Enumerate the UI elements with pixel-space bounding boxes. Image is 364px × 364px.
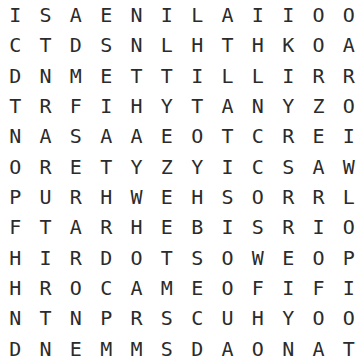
grid-cell[interactable]: D bbox=[182, 334, 212, 364]
grid-cell[interactable]: Y bbox=[182, 152, 212, 182]
grid-cell[interactable]: L bbox=[182, 0, 212, 30]
grid-cell[interactable]: N bbox=[61, 303, 91, 333]
grid-cell[interactable]: R bbox=[30, 91, 60, 121]
grid-cell[interactable]: K bbox=[273, 30, 303, 60]
grid-cell[interactable]: C bbox=[182, 303, 212, 333]
grid-cell[interactable]: N bbox=[30, 61, 60, 91]
grid-cell[interactable]: P bbox=[0, 182, 30, 212]
grid-cell[interactable]: R bbox=[121, 303, 151, 333]
grid-cell[interactable]: T bbox=[30, 30, 60, 60]
grid-cell[interactable]: O bbox=[334, 91, 364, 121]
grid-cell[interactable]: R bbox=[30, 152, 60, 182]
grid-cell[interactable]: E bbox=[152, 182, 182, 212]
grid-cell[interactable]: I bbox=[212, 152, 242, 182]
grid-cell[interactable]: Y bbox=[273, 91, 303, 121]
grid-cell[interactable]: D bbox=[91, 243, 121, 273]
grid-cell[interactable]: O bbox=[303, 0, 333, 30]
grid-cell[interactable]: L bbox=[334, 182, 364, 212]
grid-cell[interactable]: R bbox=[273, 182, 303, 212]
grid-cell[interactable]: I bbox=[334, 273, 364, 303]
grid-cell[interactable]: H bbox=[91, 182, 121, 212]
grid-cell[interactable]: I bbox=[91, 91, 121, 121]
grid-cell[interactable]: H bbox=[121, 91, 151, 121]
grid-cell[interactable]: A bbox=[121, 121, 151, 151]
grid-cell[interactable]: P bbox=[334, 243, 364, 273]
grid-cell[interactable]: I bbox=[334, 121, 364, 151]
grid-cell[interactable]: H bbox=[0, 243, 30, 273]
grid-cell[interactable]: E bbox=[273, 243, 303, 273]
grid-cell[interactable]: R bbox=[91, 212, 121, 242]
grid-cell[interactable]: O bbox=[303, 30, 333, 60]
grid-cell[interactable]: D bbox=[0, 61, 30, 91]
grid-cell[interactable]: A bbox=[91, 121, 121, 151]
grid-cell[interactable]: T bbox=[30, 212, 60, 242]
grid-cell[interactable]: O bbox=[61, 273, 91, 303]
grid-cell[interactable]: T bbox=[91, 152, 121, 182]
grid-cell[interactable]: A bbox=[212, 91, 242, 121]
grid-cell[interactable]: E bbox=[303, 121, 333, 151]
grid-cell[interactable]: O bbox=[212, 273, 242, 303]
grid-cell[interactable]: A bbox=[303, 152, 333, 182]
grid-cell[interactable]: M bbox=[91, 334, 121, 364]
grid-cell[interactable]: N bbox=[121, 30, 151, 60]
grid-cell[interactable]: B bbox=[182, 212, 212, 242]
grid-cell[interactable]: R bbox=[61, 243, 91, 273]
grid-cell[interactable]: U bbox=[30, 182, 60, 212]
grid-cell[interactable]: A bbox=[30, 121, 60, 151]
grid-cell[interactable]: S bbox=[243, 212, 273, 242]
grid-cell[interactable]: C bbox=[243, 152, 273, 182]
grid-cell[interactable]: O bbox=[121, 243, 151, 273]
grid-cell[interactable]: S bbox=[91, 30, 121, 60]
grid-cell[interactable]: R bbox=[273, 121, 303, 151]
grid-cell[interactable]: S bbox=[152, 303, 182, 333]
grid-cell[interactable]: N bbox=[0, 303, 30, 333]
grid-cell[interactable]: Z bbox=[152, 152, 182, 182]
grid-cell[interactable]: A bbox=[61, 212, 91, 242]
grid-cell[interactable]: E bbox=[152, 212, 182, 242]
grid-cell[interactable]: F bbox=[61, 91, 91, 121]
grid-cell[interactable]: I bbox=[303, 212, 333, 242]
grid-cell[interactable]: N bbox=[0, 121, 30, 151]
grid-cell[interactable]: Y bbox=[273, 303, 303, 333]
grid-cell[interactable]: C bbox=[0, 30, 30, 60]
grid-cell[interactable]: T bbox=[0, 91, 30, 121]
grid-cell[interactable]: S bbox=[212, 182, 242, 212]
word-search-grid: ISAENILAIIOOCTDSNLHTHKOADNMETTILLIRRTRFI… bbox=[0, 0, 364, 364]
grid-cell[interactable]: D bbox=[61, 30, 91, 60]
grid-cell[interactable]: L bbox=[152, 30, 182, 60]
grid-cell[interactable]: H bbox=[121, 212, 151, 242]
grid-cell[interactable]: I bbox=[273, 273, 303, 303]
grid-cell[interactable]: S bbox=[30, 0, 60, 30]
grid-cell[interactable]: T bbox=[212, 30, 242, 60]
grid-cell[interactable]: H bbox=[182, 182, 212, 212]
grid-cell[interactable]: O bbox=[334, 0, 364, 30]
grid-cell[interactable]: I bbox=[273, 61, 303, 91]
grid-cell[interactable]: A bbox=[61, 0, 91, 30]
grid-cell[interactable]: N bbox=[30, 334, 60, 364]
grid-cell[interactable]: W bbox=[334, 152, 364, 182]
grid-cell[interactable]: F bbox=[0, 212, 30, 242]
grid-cell[interactable]: T bbox=[30, 303, 60, 333]
grid-cell[interactable]: O bbox=[334, 212, 364, 242]
grid-cell[interactable]: E bbox=[91, 61, 121, 91]
grid-cell[interactable]: U bbox=[212, 303, 242, 333]
grid-cell[interactable]: E bbox=[61, 334, 91, 364]
grid-cell[interactable]: N bbox=[243, 91, 273, 121]
grid-cell[interactable]: S bbox=[61, 121, 91, 151]
grid-cell[interactable]: L bbox=[212, 61, 242, 91]
grid-cell[interactable]: N bbox=[121, 0, 151, 30]
grid-cell[interactable]: S bbox=[182, 243, 212, 273]
grid-cell[interactable]: I bbox=[152, 0, 182, 30]
word-search-puzzle: ISAENILAIIOOCTDSNLHTHKOADNMETTILLIRRTRFI… bbox=[0, 0, 364, 364]
grid-cell[interactable]: H bbox=[0, 273, 30, 303]
grid-cell[interactable]: S bbox=[273, 152, 303, 182]
grid-cell[interactable]: I bbox=[182, 61, 212, 91]
grid-cell[interactable]: Y bbox=[121, 152, 151, 182]
grid-cell[interactable]: H bbox=[243, 303, 273, 333]
grid-cell[interactable]: A bbox=[212, 334, 242, 364]
grid-cell[interactable]: T bbox=[182, 91, 212, 121]
grid-cell[interactable]: I bbox=[273, 0, 303, 30]
grid-cell[interactable]: E bbox=[182, 273, 212, 303]
grid-cell[interactable]: R bbox=[334, 61, 364, 91]
grid-cell[interactable]: S bbox=[152, 334, 182, 364]
grid-cell[interactable]: E bbox=[91, 0, 121, 30]
grid-cell[interactable]: E bbox=[152, 121, 182, 151]
grid-cell[interactable]: O bbox=[243, 182, 273, 212]
grid-cell[interactable]: A bbox=[303, 334, 333, 364]
grid-cell[interactable]: Y bbox=[152, 91, 182, 121]
grid-cell[interactable]: I bbox=[212, 212, 242, 242]
grid-cell[interactable]: R bbox=[273, 212, 303, 242]
grid-cell[interactable]: T bbox=[152, 61, 182, 91]
grid-cell[interactable]: R bbox=[30, 273, 60, 303]
grid-cell[interactable]: O bbox=[243, 334, 273, 364]
grid-cell[interactable]: R bbox=[303, 182, 333, 212]
grid-cell[interactable]: I bbox=[30, 243, 60, 273]
grid-cell[interactable]: O bbox=[0, 152, 30, 182]
grid-cell[interactable]: I bbox=[0, 0, 30, 30]
grid-cell[interactable]: H bbox=[243, 30, 273, 60]
grid-cell[interactable]: Z bbox=[303, 91, 333, 121]
grid-cell[interactable]: M bbox=[61, 61, 91, 91]
grid-cell[interactable]: N bbox=[273, 334, 303, 364]
grid-cell[interactable]: C bbox=[91, 273, 121, 303]
grid-cell[interactable]: A bbox=[212, 0, 242, 30]
grid-cell[interactable]: T bbox=[334, 334, 364, 364]
grid-cell[interactable]: O bbox=[303, 243, 333, 273]
grid-cell[interactable]: W bbox=[243, 243, 273, 273]
grid-cell[interactable]: O bbox=[182, 121, 212, 151]
grid-cell[interactable]: H bbox=[182, 30, 212, 60]
grid-cell[interactable]: I bbox=[243, 0, 273, 30]
grid-cell[interactable]: R bbox=[61, 182, 91, 212]
grid-cell[interactable]: W bbox=[121, 182, 151, 212]
grid-cell[interactable]: C bbox=[243, 121, 273, 151]
grid-cell[interactable]: O bbox=[303, 303, 333, 333]
grid-cell[interactable]: F bbox=[303, 273, 333, 303]
grid-cell[interactable]: M bbox=[121, 334, 151, 364]
grid-cell[interactable]: A bbox=[121, 273, 151, 303]
grid-cell[interactable]: F bbox=[243, 273, 273, 303]
grid-cell[interactable]: P bbox=[91, 303, 121, 333]
grid-cell[interactable]: R bbox=[303, 61, 333, 91]
grid-cell[interactable]: T bbox=[212, 121, 242, 151]
grid-cell[interactable]: E bbox=[61, 152, 91, 182]
grid-cell[interactable]: O bbox=[334, 303, 364, 333]
grid-cell[interactable]: D bbox=[0, 334, 30, 364]
grid-cell[interactable]: O bbox=[212, 243, 242, 273]
grid-cell[interactable]: A bbox=[334, 30, 364, 60]
grid-cell[interactable]: T bbox=[152, 243, 182, 273]
grid-cell[interactable]: M bbox=[152, 273, 182, 303]
grid-cell[interactable]: L bbox=[243, 61, 273, 91]
grid-cell[interactable]: T bbox=[121, 61, 151, 91]
